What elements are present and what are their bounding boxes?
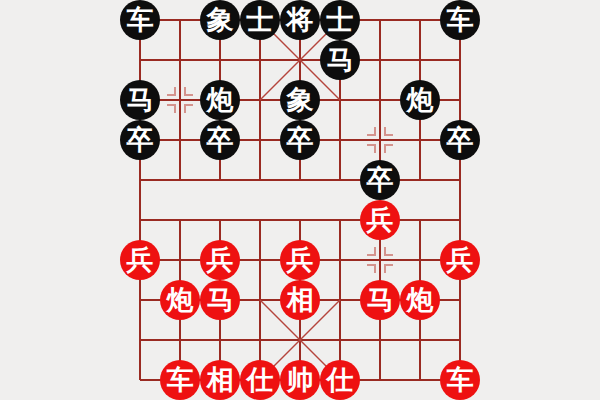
- red-chariot-piece[interactable]: 车: [160, 360, 200, 400]
- red-elephant-piece[interactable]: 相: [200, 360, 240, 400]
- piece-glyph: 马: [327, 46, 354, 73]
- piece-glyph: 将: [287, 6, 314, 33]
- piece-glyph: 士: [327, 6, 354, 33]
- black-horse-piece[interactable]: 马: [120, 80, 160, 120]
- black-general-piece[interactable]: 将: [280, 0, 320, 40]
- red-soldier-piece[interactable]: 兵: [360, 200, 400, 240]
- red-elephant-piece[interactable]: 相: [280, 280, 320, 320]
- black-soldier-piece[interactable]: 卒: [120, 120, 160, 160]
- piece-glyph: 仕: [247, 366, 274, 393]
- black-soldier-piece[interactable]: 卒: [360, 160, 400, 200]
- piece-glyph: 炮: [407, 86, 434, 113]
- red-advisor-piece[interactable]: 仕: [320, 360, 360, 400]
- black-advisor-piece[interactable]: 士: [240, 0, 280, 40]
- black-chariot-piece[interactable]: 车: [440, 0, 480, 40]
- red-soldier-piece[interactable]: 兵: [280, 240, 320, 280]
- black-elephant-piece[interactable]: 象: [280, 80, 320, 120]
- piece-glyph: 炮: [207, 86, 234, 113]
- piece-glyph: 相: [207, 366, 234, 393]
- piece-glyph: 卒: [447, 126, 474, 153]
- red-horse-piece[interactable]: 马: [360, 280, 400, 320]
- piece-glyph: 卒: [207, 126, 234, 153]
- black-horse-piece[interactable]: 马: [320, 40, 360, 80]
- piece-glyph: 马: [367, 286, 394, 313]
- piece-glyph: 卒: [287, 126, 314, 153]
- piece-glyph: 兵: [447, 246, 474, 273]
- black-soldier-piece[interactable]: 卒: [200, 120, 240, 160]
- red-soldier-piece[interactable]: 兵: [440, 240, 480, 280]
- black-cannon-piece[interactable]: 炮: [400, 80, 440, 120]
- piece-glyph: 炮: [167, 286, 194, 313]
- red-cannon-piece[interactable]: 炮: [400, 280, 440, 320]
- piece-glyph: 车: [447, 6, 474, 33]
- piece-glyph: 兵: [127, 246, 154, 273]
- black-soldier-piece[interactable]: 卒: [280, 120, 320, 160]
- black-advisor-piece[interactable]: 士: [320, 0, 360, 40]
- black-chariot-piece[interactable]: 车: [120, 0, 160, 40]
- piece-glyph: 卒: [127, 126, 154, 153]
- piece-glyph: 兵: [207, 246, 234, 273]
- red-horse-piece[interactable]: 马: [200, 280, 240, 320]
- piece-glyph: 象: [287, 86, 314, 113]
- black-soldier-piece[interactable]: 卒: [440, 120, 480, 160]
- xiangqi-app: 车象士将士车马马炮象炮卒卒卒卒卒兵兵兵兵兵炮马相马炮车相仕帅仕车: [0, 0, 600, 400]
- piece-glyph: 相: [287, 286, 314, 313]
- piece-glyph: 车: [447, 366, 474, 393]
- xiangqi-board[interactable]: 车象士将士车马马炮象炮卒卒卒卒卒兵兵兵兵兵炮马相马炮车相仕帅仕车: [120, 0, 480, 400]
- piece-glyph: 车: [127, 6, 154, 33]
- piece-glyph: 帅: [287, 366, 314, 393]
- piece-glyph: 兵: [287, 246, 314, 273]
- red-soldier-piece[interactable]: 兵: [200, 240, 240, 280]
- red-cannon-piece[interactable]: 炮: [160, 280, 200, 320]
- piece-glyph: 炮: [407, 286, 434, 313]
- piece-glyph: 士: [247, 6, 274, 33]
- black-cannon-piece[interactable]: 炮: [200, 80, 240, 120]
- piece-glyph: 卒: [367, 166, 394, 193]
- red-soldier-piece[interactable]: 兵: [120, 240, 160, 280]
- piece-glyph: 马: [207, 286, 234, 313]
- red-general-piece[interactable]: 帅: [280, 360, 320, 400]
- piece-glyph: 兵: [367, 206, 394, 233]
- piece-glyph: 车: [167, 366, 194, 393]
- red-chariot-piece[interactable]: 车: [440, 360, 480, 400]
- piece-glyph: 仕: [327, 366, 354, 393]
- red-advisor-piece[interactable]: 仕: [240, 360, 280, 400]
- black-elephant-piece[interactable]: 象: [200, 0, 240, 40]
- piece-glyph: 象: [207, 6, 234, 33]
- piece-glyph: 马: [127, 86, 154, 113]
